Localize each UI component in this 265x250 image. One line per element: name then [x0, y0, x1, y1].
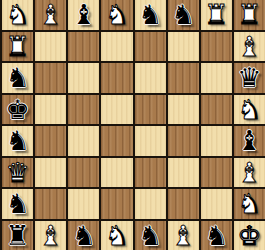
- piece-black-king[interactable]: ♚: [5, 96, 29, 123]
- square-h5[interactable]: ♞: [234, 95, 265, 125]
- piece-black-bishop[interactable]: ♝: [72, 1, 96, 28]
- square-b1[interactable]: ♝: [35, 221, 66, 250]
- square-d2[interactable]: [101, 189, 132, 219]
- piece-black-knight[interactable]: ♞: [5, 127, 29, 154]
- square-a2[interactable]: ♞: [2, 189, 33, 219]
- square-g2[interactable]: [201, 189, 232, 219]
- square-f8[interactable]: ♞: [168, 0, 199, 30]
- chess-board: ♞♝♝♞♞♞♜♜♜♝♞♛♚♞♞♝♛♝♞♞♜♝♞♞♞♝♞♚: [0, 0, 265, 250]
- piece-white-knight[interactable]: ♞: [237, 96, 261, 123]
- square-g8[interactable]: ♜: [201, 0, 232, 30]
- square-b3[interactable]: [35, 158, 66, 188]
- square-e7[interactable]: [135, 32, 166, 62]
- square-a4[interactable]: ♞: [2, 126, 33, 156]
- square-g1[interactable]: ♞: [201, 221, 232, 250]
- piece-black-knight[interactable]: ♞: [138, 222, 162, 249]
- square-e6[interactable]: [135, 63, 166, 93]
- square-d6[interactable]: [101, 63, 132, 93]
- square-g6[interactable]: [201, 63, 232, 93]
- piece-white-rook[interactable]: ♜: [237, 1, 261, 28]
- square-c4[interactable]: [68, 126, 99, 156]
- piece-white-bishop[interactable]: ♝: [171, 222, 195, 249]
- square-b2[interactable]: [35, 189, 66, 219]
- piece-white-knight[interactable]: ♞: [105, 222, 129, 249]
- square-e4[interactable]: [135, 126, 166, 156]
- piece-black-knight[interactable]: ♞: [171, 1, 195, 28]
- square-a1[interactable]: ♜: [2, 221, 33, 250]
- piece-black-bishop[interactable]: ♝: [237, 127, 261, 154]
- square-h4[interactable]: ♝: [234, 126, 265, 156]
- square-g5[interactable]: [201, 95, 232, 125]
- square-c2[interactable]: [68, 189, 99, 219]
- square-h1[interactable]: ♚: [234, 221, 265, 250]
- piece-white-bishop[interactable]: ♝: [39, 1, 63, 28]
- piece-white-bishop[interactable]: ♝: [237, 33, 261, 60]
- square-b4[interactable]: [35, 126, 66, 156]
- square-d7[interactable]: [101, 32, 132, 62]
- square-f3[interactable]: [168, 158, 199, 188]
- piece-black-queen[interactable]: ♛: [237, 64, 261, 91]
- square-f4[interactable]: [168, 126, 199, 156]
- piece-black-knight[interactable]: ♞: [138, 1, 162, 28]
- square-d4[interactable]: [101, 126, 132, 156]
- piece-black-knight[interactable]: ♞: [72, 222, 96, 249]
- square-g4[interactable]: [201, 126, 232, 156]
- square-h8[interactable]: ♜: [234, 0, 265, 30]
- square-c1[interactable]: ♞: [68, 221, 99, 250]
- square-b8[interactable]: ♝: [35, 0, 66, 30]
- square-c8[interactable]: ♝: [68, 0, 99, 30]
- square-d3[interactable]: [101, 158, 132, 188]
- piece-white-rook[interactable]: ♜: [5, 33, 29, 60]
- square-f2[interactable]: [168, 189, 199, 219]
- square-e1[interactable]: ♞: [135, 221, 166, 250]
- square-b7[interactable]: [35, 32, 66, 62]
- square-c3[interactable]: [68, 158, 99, 188]
- square-h3[interactable]: ♝: [234, 158, 265, 188]
- piece-black-knight[interactable]: ♞: [5, 64, 29, 91]
- square-d8[interactable]: ♞: [101, 0, 132, 30]
- square-e2[interactable]: [135, 189, 166, 219]
- piece-white-bishop[interactable]: ♝: [39, 222, 63, 249]
- square-g3[interactable]: [201, 158, 232, 188]
- square-a6[interactable]: ♞: [2, 63, 33, 93]
- square-f7[interactable]: [168, 32, 199, 62]
- piece-white-knight[interactable]: ♞: [237, 190, 261, 217]
- square-c7[interactable]: [68, 32, 99, 62]
- square-e5[interactable]: [135, 95, 166, 125]
- square-b5[interactable]: [35, 95, 66, 125]
- piece-white-knight[interactable]: ♞: [105, 1, 129, 28]
- square-e3[interactable]: [135, 158, 166, 188]
- piece-white-king[interactable]: ♚: [237, 222, 261, 249]
- square-b6[interactable]: [35, 63, 66, 93]
- piece-white-queen[interactable]: ♛: [5, 159, 29, 186]
- square-a8[interactable]: ♞: [2, 0, 33, 30]
- square-c6[interactable]: [68, 63, 99, 93]
- square-h6[interactable]: ♛: [234, 63, 265, 93]
- square-d5[interactable]: [101, 95, 132, 125]
- piece-black-knight[interactable]: ♞: [5, 190, 29, 217]
- piece-black-rook[interactable]: ♜: [5, 222, 29, 249]
- square-a7[interactable]: ♜: [2, 32, 33, 62]
- square-a5[interactable]: ♚: [2, 95, 33, 125]
- square-f5[interactable]: [168, 95, 199, 125]
- square-g7[interactable]: [201, 32, 232, 62]
- square-f6[interactable]: [168, 63, 199, 93]
- square-d1[interactable]: ♞: [101, 221, 132, 250]
- square-f1[interactable]: ♝: [168, 221, 199, 250]
- piece-black-knight[interactable]: ♞: [204, 222, 228, 249]
- square-h2[interactable]: ♞: [234, 189, 265, 219]
- square-e8[interactable]: ♞: [135, 0, 166, 30]
- square-h7[interactable]: ♝: [234, 32, 265, 62]
- piece-white-bishop[interactable]: ♝: [237, 159, 261, 186]
- piece-white-knight[interactable]: ♞: [5, 1, 29, 28]
- piece-white-rook[interactable]: ♜: [204, 1, 228, 28]
- square-c5[interactable]: [68, 95, 99, 125]
- square-a3[interactable]: ♛: [2, 158, 33, 188]
